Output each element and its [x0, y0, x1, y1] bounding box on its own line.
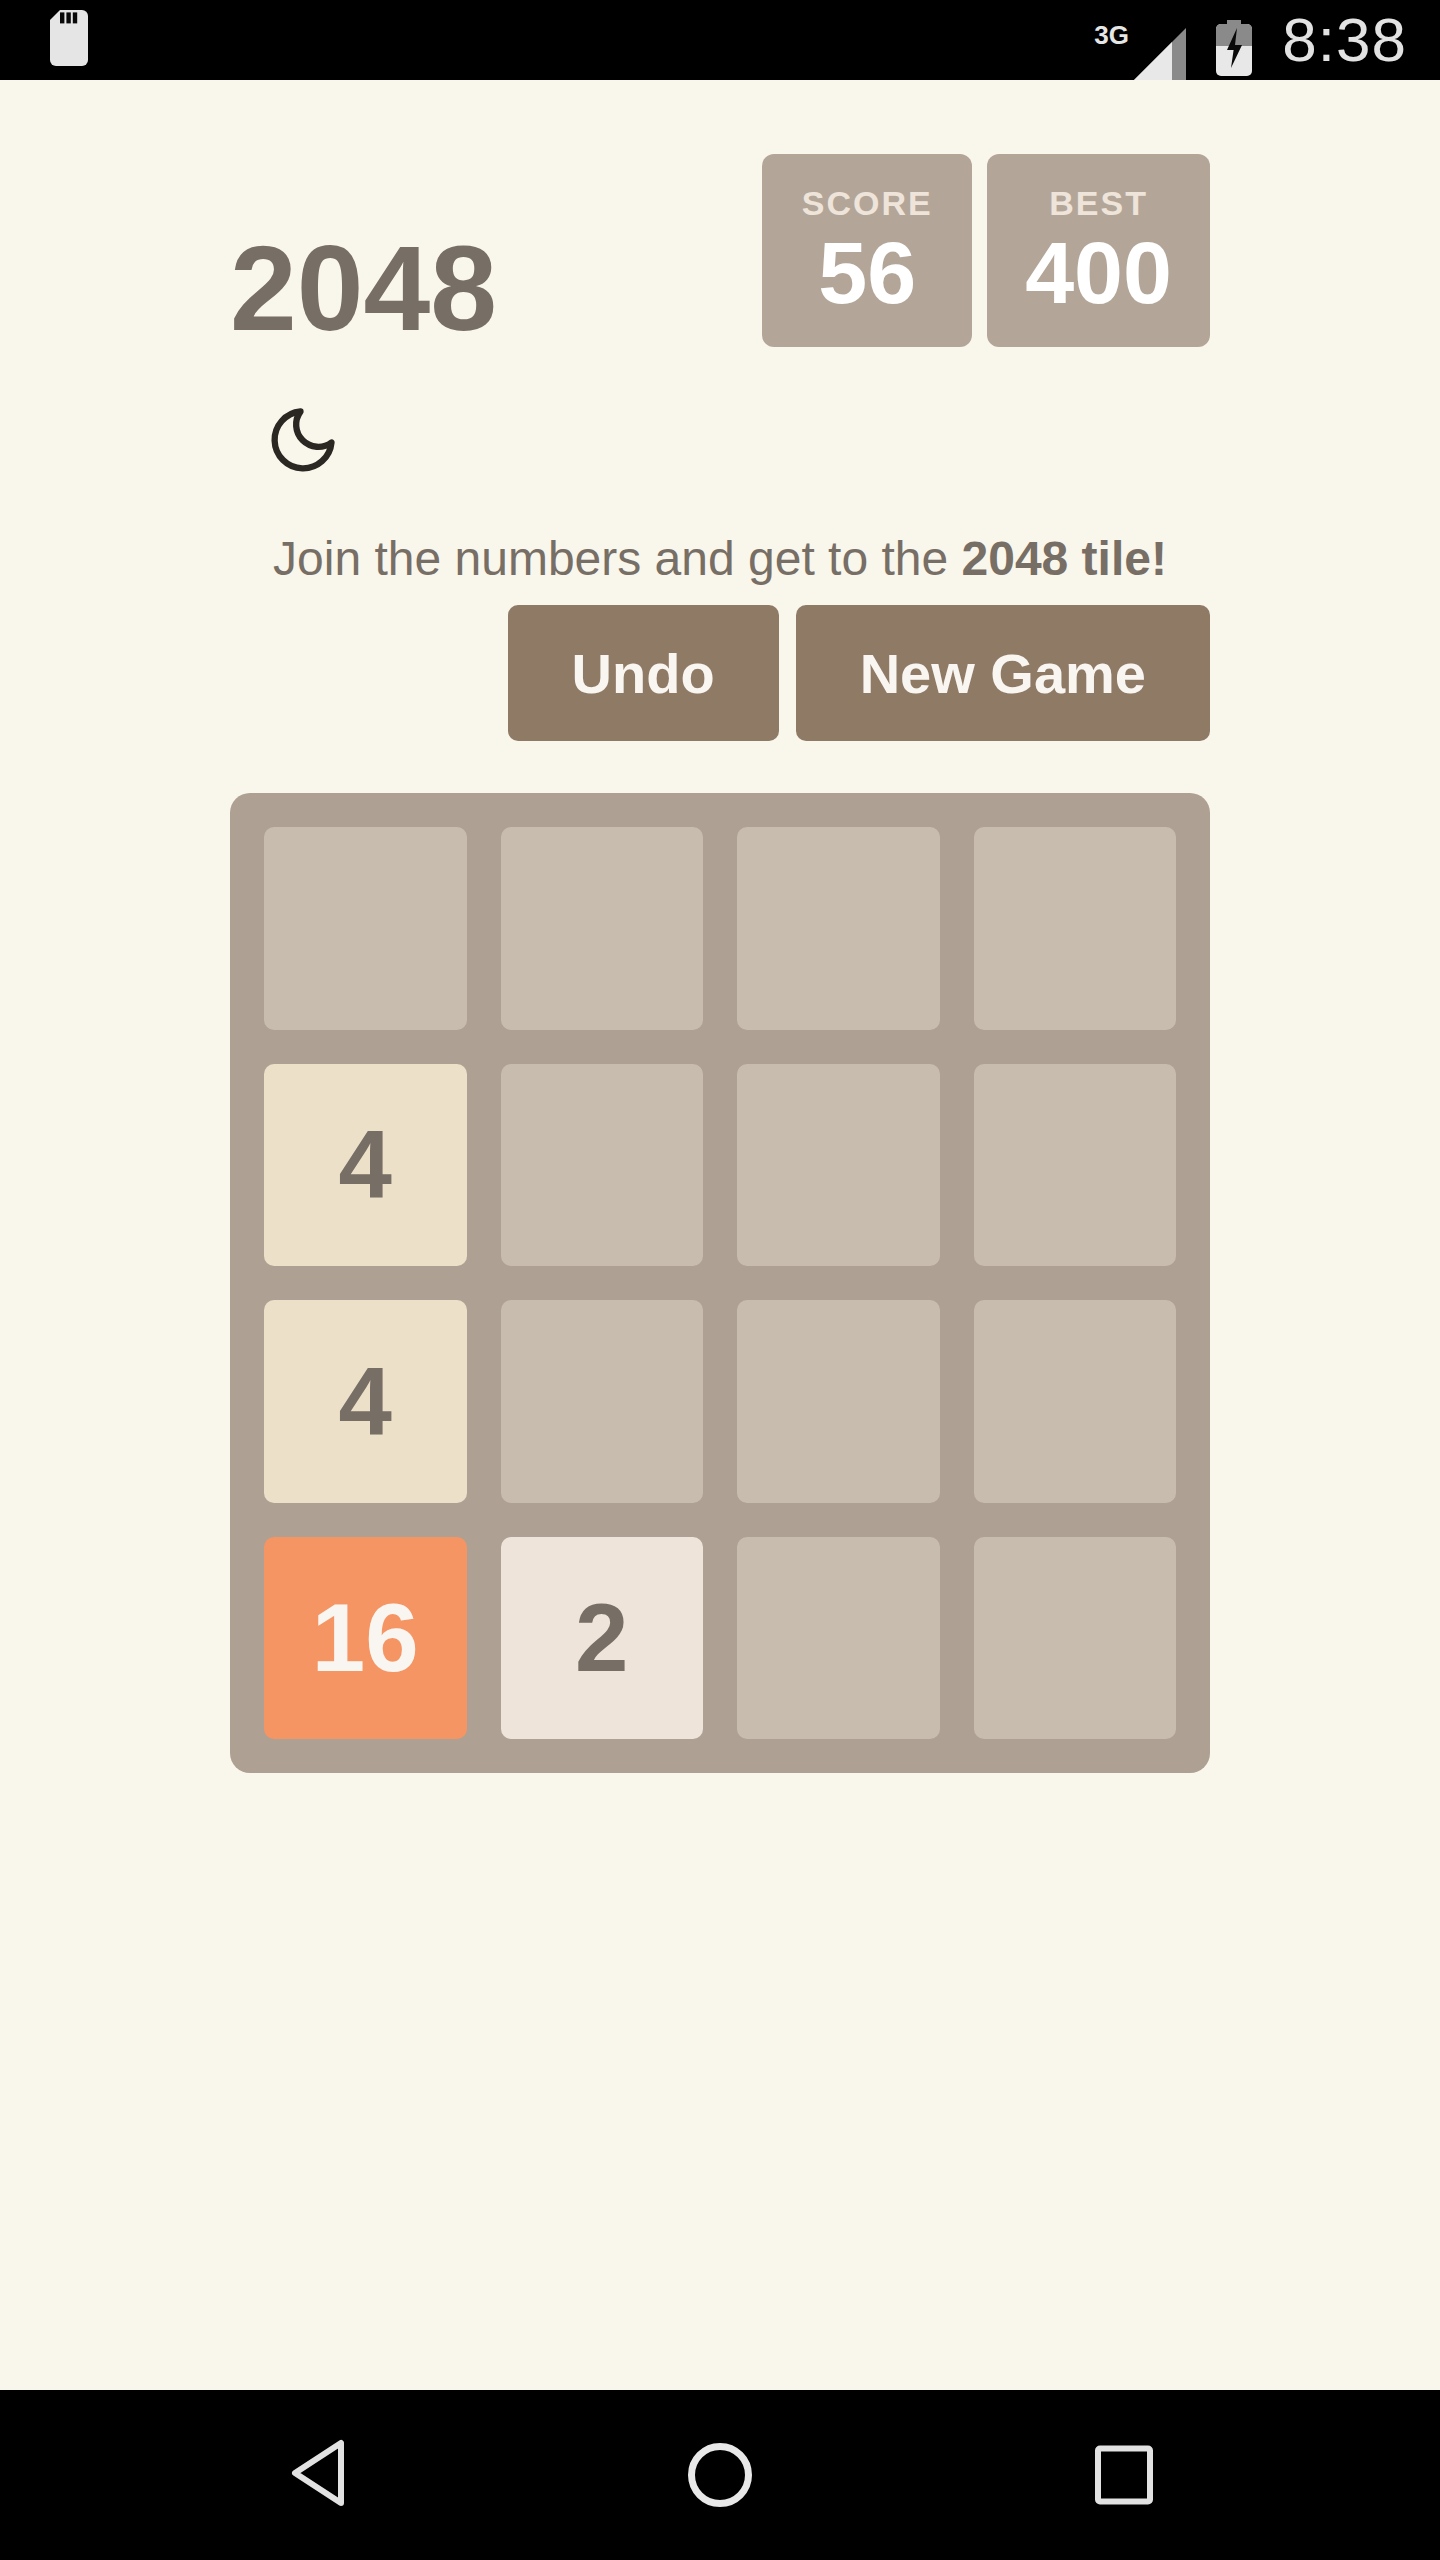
instruction-regular: Join the numbers and get to the	[273, 532, 961, 585]
empty-cell	[501, 827, 704, 1030]
battery-charging-icon	[1212, 20, 1256, 80]
instruction-text: Join the numbers and get to the 2048 til…	[230, 528, 1210, 590]
recents-icon[interactable]	[1095, 2446, 1153, 2505]
back-icon[interactable]	[289, 2439, 347, 2511]
empty-cell	[974, 1064, 1177, 1267]
best-box: BEST 400	[987, 154, 1210, 347]
new-game-button[interactable]: New Game	[796, 605, 1210, 741]
empty-cell	[501, 1064, 704, 1267]
empty-cell	[737, 1300, 940, 1503]
empty-cell	[974, 827, 1177, 1030]
signal-strength-icon: 3G	[1094, 24, 1186, 80]
main-content: 2048 SCORE 56 BEST 400 Join the numbers …	[0, 154, 1440, 1773]
tile-16: 16	[264, 1537, 467, 1740]
empty-cell	[737, 827, 940, 1030]
network-type-label: 3G	[1094, 20, 1129, 51]
status-bar: 3G 8:38	[0, 0, 1440, 80]
empty-cell	[974, 1300, 1177, 1503]
home-icon[interactable]	[688, 2443, 752, 2507]
score-value: 56	[818, 229, 916, 317]
best-value: 400	[1025, 229, 1172, 317]
score-boxes: SCORE 56 BEST 400	[762, 154, 1210, 347]
instruction-goal: 2048 tile!	[962, 532, 1167, 585]
header: 2048 SCORE 56 BEST 400	[230, 154, 1210, 348]
tile-4: 4	[264, 1064, 467, 1267]
best-label: BEST	[1049, 184, 1148, 223]
tile-4: 4	[264, 1300, 467, 1503]
empty-cell	[737, 1537, 940, 1740]
score-box: SCORE 56	[762, 154, 972, 347]
sd-card-icon	[40, 10, 88, 70]
undo-button[interactable]: Undo	[508, 605, 779, 741]
page-title: 2048	[230, 228, 497, 348]
android-nav-bar	[0, 2390, 1440, 2560]
empty-cell	[264, 827, 467, 1030]
score-label: SCORE	[802, 184, 933, 223]
moon-icon[interactable]	[265, 402, 341, 482]
tile-2: 2	[501, 1537, 704, 1740]
controls-row: Undo New Game	[230, 605, 1210, 741]
empty-cell	[737, 1064, 940, 1267]
empty-cell	[501, 1300, 704, 1503]
empty-cell	[974, 1537, 1177, 1740]
board-grid[interactable]: 44162	[230, 793, 1210, 1773]
clock-time: 8:38	[1282, 0, 1407, 80]
